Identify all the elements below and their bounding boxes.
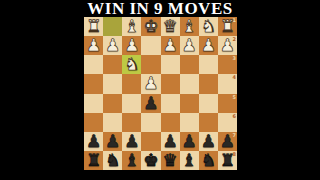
rank-label-8: 8 xyxy=(233,151,236,157)
square-a6[interactable]: 6 xyxy=(218,113,237,132)
square-h1[interactable]: ♜ xyxy=(84,17,103,36)
square-h2[interactable]: ♟ xyxy=(84,36,103,55)
black-pawn-piece[interactable]: ♟ xyxy=(162,132,177,151)
square-c6[interactable] xyxy=(180,113,199,132)
square-e7[interactable] xyxy=(141,132,160,151)
square-c1[interactable]: ♝ xyxy=(180,17,199,36)
square-b5[interactable] xyxy=(199,94,218,113)
square-f5[interactable] xyxy=(122,94,141,113)
square-e1[interactable]: ♚ xyxy=(141,17,160,36)
square-d6[interactable] xyxy=(161,113,180,132)
chess-board: ♜♝♚♛♝♞♜1♟♟♟♟♟♟♟2♞3♟4♟56♟♟♟♟♟♟♟7♜♞♝♚♛♝♞♜8 xyxy=(84,17,237,170)
white-knight-piece[interactable]: ♞ xyxy=(124,55,139,74)
white-pawn-piece[interactable]: ♟ xyxy=(201,36,216,55)
square-f7[interactable]: ♟ xyxy=(122,132,141,151)
square-d8[interactable]: ♛ xyxy=(161,151,180,170)
rank-label-5: 5 xyxy=(233,94,236,100)
black-pawn-piece[interactable]: ♟ xyxy=(124,132,139,151)
square-g7[interactable]: ♟ xyxy=(103,132,122,151)
square-e6[interactable] xyxy=(141,113,160,132)
square-a5[interactable]: 5 xyxy=(218,94,237,113)
square-c4[interactable] xyxy=(180,74,199,93)
square-c5[interactable] xyxy=(180,94,199,113)
square-b6[interactable] xyxy=(199,113,218,132)
square-a4[interactable]: 4 xyxy=(218,74,237,93)
square-b1[interactable]: ♞ xyxy=(199,17,218,36)
black-pawn-piece[interactable]: ♟ xyxy=(105,132,120,151)
black-pawn-piece[interactable]: ♟ xyxy=(201,132,216,151)
black-pawn-piece[interactable]: ♟ xyxy=(182,132,197,151)
square-f6[interactable] xyxy=(122,113,141,132)
white-pawn-piece[interactable]: ♟ xyxy=(162,36,177,55)
square-b3[interactable] xyxy=(199,55,218,74)
rank-label-4: 4 xyxy=(233,74,236,80)
square-e2[interactable] xyxy=(141,36,160,55)
black-pawn-piece[interactable]: ♟ xyxy=(86,132,101,151)
black-bishop-piece[interactable]: ♝ xyxy=(182,151,197,170)
square-g3[interactable] xyxy=(103,55,122,74)
square-c3[interactable] xyxy=(180,55,199,74)
black-bishop-piece[interactable]: ♝ xyxy=(124,151,139,170)
square-d4[interactable] xyxy=(161,74,180,93)
square-e8[interactable]: ♚ xyxy=(141,151,160,170)
square-h4[interactable] xyxy=(84,74,103,93)
square-b7[interactable]: ♟ xyxy=(199,132,218,151)
black-queen-piece[interactable]: ♛ xyxy=(162,151,177,170)
rank-label-1: 1 xyxy=(233,17,236,23)
square-e5[interactable]: ♟ xyxy=(141,94,160,113)
square-a2[interactable]: ♟2 xyxy=(218,36,237,55)
black-pawn-piece[interactable]: ♟ xyxy=(143,94,158,113)
rank-label-2: 2 xyxy=(233,36,236,42)
square-c8[interactable]: ♝ xyxy=(180,151,199,170)
square-g5[interactable] xyxy=(103,94,122,113)
rank-label-3: 3 xyxy=(233,55,236,61)
white-knight-piece[interactable]: ♞ xyxy=(201,17,216,36)
black-knight-piece[interactable]: ♞ xyxy=(201,151,216,170)
square-g8[interactable]: ♞ xyxy=(103,151,122,170)
white-bishop-piece[interactable]: ♝ xyxy=(124,17,139,36)
white-pawn-piece[interactable]: ♟ xyxy=(124,36,139,55)
white-pawn-piece[interactable]: ♟ xyxy=(86,36,101,55)
square-g2[interactable]: ♟ xyxy=(103,36,122,55)
square-d3[interactable] xyxy=(161,55,180,74)
square-h8[interactable]: ♜ xyxy=(84,151,103,170)
black-rook-piece[interactable]: ♜ xyxy=(86,151,101,170)
square-h7[interactable]: ♟ xyxy=(84,132,103,151)
rank-label-7: 7 xyxy=(233,132,236,138)
rank-label-6: 6 xyxy=(233,113,236,119)
white-king-piece[interactable]: ♚ xyxy=(143,17,158,36)
white-pawn-piece[interactable]: ♟ xyxy=(143,74,158,93)
square-d7[interactable]: ♟ xyxy=(161,132,180,151)
square-e3[interactable] xyxy=(141,55,160,74)
square-d5[interactable] xyxy=(161,94,180,113)
square-b2[interactable]: ♟ xyxy=(199,36,218,55)
square-g1[interactable] xyxy=(103,17,122,36)
square-h6[interactable] xyxy=(84,113,103,132)
square-f3[interactable]: ♞ xyxy=(122,55,141,74)
square-h3[interactable] xyxy=(84,55,103,74)
square-c7[interactable]: ♟ xyxy=(180,132,199,151)
square-g6[interactable] xyxy=(103,113,122,132)
black-king-piece[interactable]: ♚ xyxy=(143,151,158,170)
white-queen-piece[interactable]: ♛ xyxy=(162,17,177,36)
white-bishop-piece[interactable]: ♝ xyxy=(182,17,197,36)
square-e4[interactable]: ♟ xyxy=(141,74,160,93)
square-f2[interactable]: ♟ xyxy=(122,36,141,55)
square-d2[interactable]: ♟ xyxy=(161,36,180,55)
square-f4[interactable] xyxy=(122,74,141,93)
square-f1[interactable]: ♝ xyxy=(122,17,141,36)
square-d1[interactable]: ♛ xyxy=(161,17,180,36)
square-a3[interactable]: 3 xyxy=(218,55,237,74)
square-a7[interactable]: ♟7 xyxy=(218,132,237,151)
white-pawn-piece[interactable]: ♟ xyxy=(105,36,120,55)
square-b4[interactable] xyxy=(199,74,218,93)
square-a8[interactable]: ♜8 xyxy=(218,151,237,170)
black-knight-piece[interactable]: ♞ xyxy=(105,151,120,170)
square-a1[interactable]: ♜1 xyxy=(218,17,237,36)
square-h5[interactable] xyxy=(84,94,103,113)
square-c2[interactable]: ♟ xyxy=(180,36,199,55)
square-g4[interactable] xyxy=(103,74,122,93)
white-pawn-piece[interactable]: ♟ xyxy=(182,36,197,55)
white-rook-piece[interactable]: ♜ xyxy=(86,17,101,36)
video-frame: WIN IN 9 MOVES ♜♝♚♛♝♞♜1♟♟♟♟♟♟♟2♞3♟4♟56♟♟… xyxy=(0,0,320,180)
square-f8[interactable]: ♝ xyxy=(122,151,141,170)
square-b8[interactable]: ♞ xyxy=(199,151,218,170)
